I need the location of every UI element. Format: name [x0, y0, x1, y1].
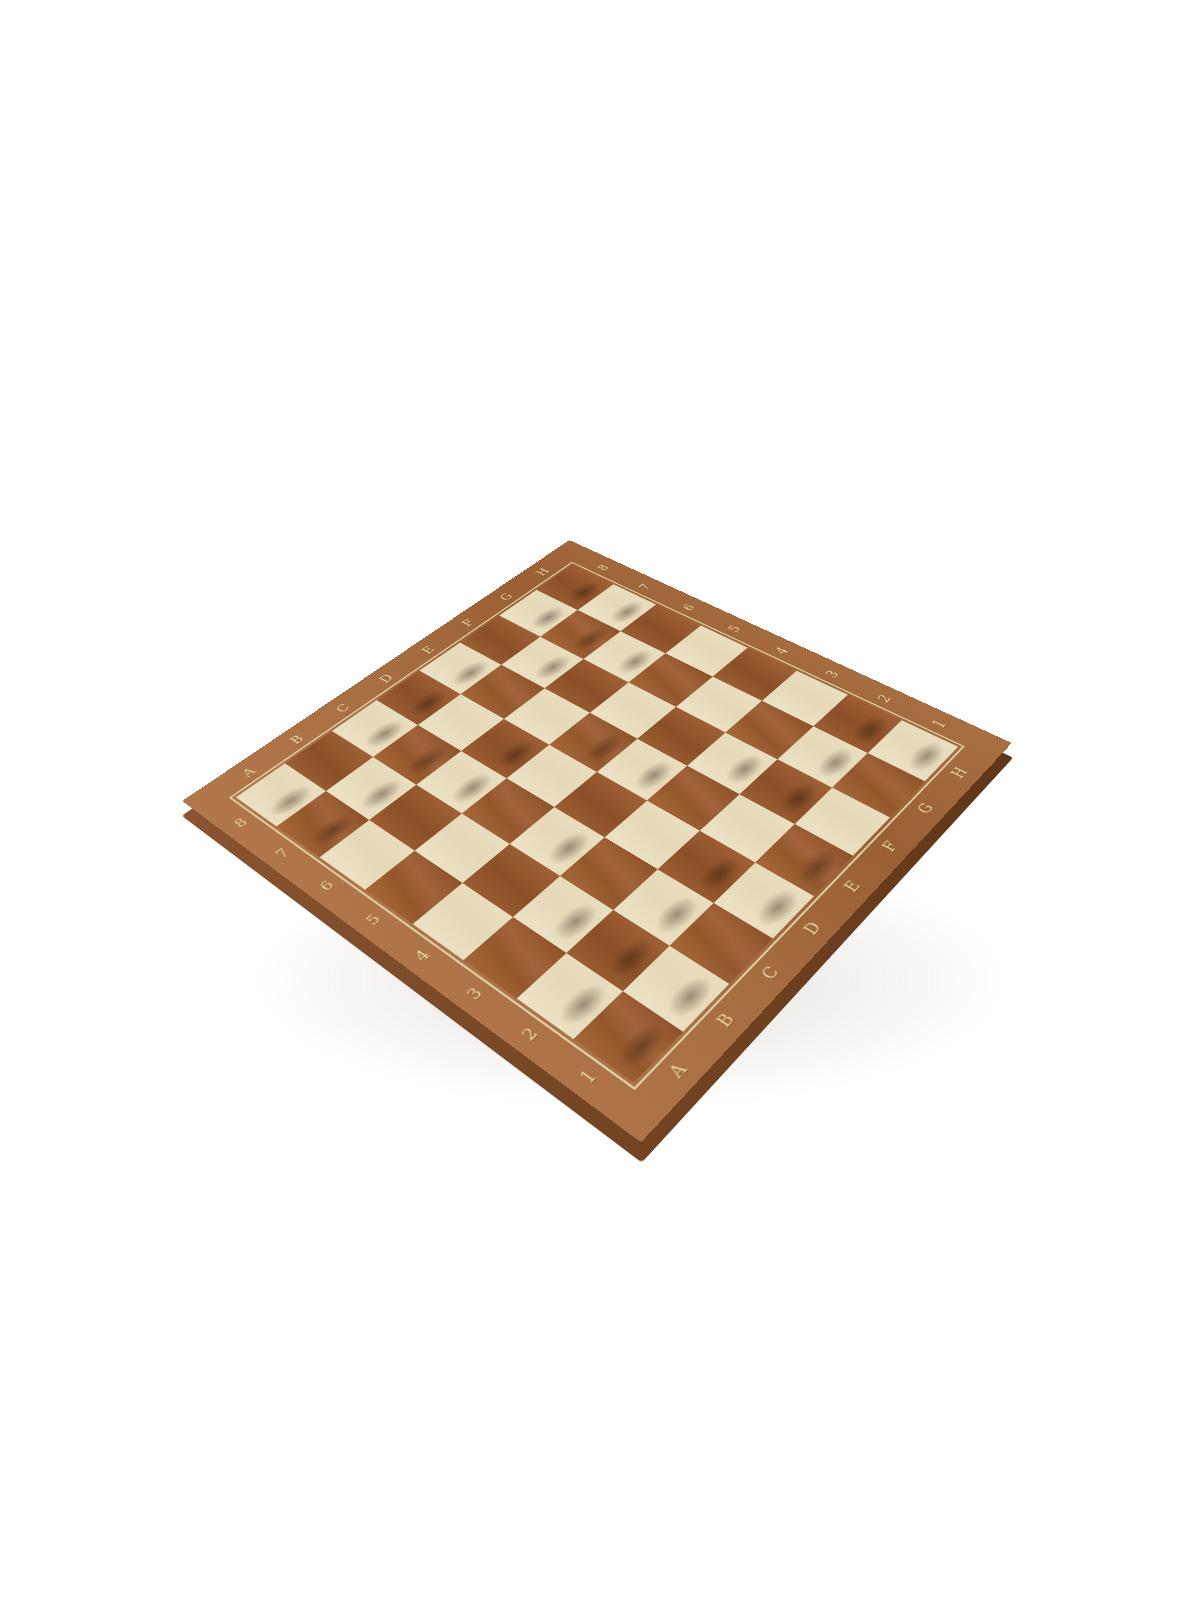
pawn-glyph: ♟ — [591, 592, 654, 661]
knight-glyph: ♞ — [412, 687, 505, 789]
board-scene: ABCDEFGH8♜♝♛♚♞♜87♟♟♟♟♝♟76♞♟♟65♟54♝♟43♟♞3… — [0, 0, 1200, 1600]
product-photo-stage: ABCDEFGH8♜♝♛♚♞♜87♟♟♟♟♝♟76♞♟♟65♟54♝♟43♟♞3… — [0, 0, 1200, 1600]
pawn-glyph: ♟ — [285, 750, 356, 828]
pawn-glyph: ♟ — [509, 597, 572, 666]
pawn-glyph: ♟ — [605, 698, 674, 774]
rook-glyph: ♜ — [571, 925, 679, 1043]
rook-glyph: ♜ — [866, 659, 955, 757]
